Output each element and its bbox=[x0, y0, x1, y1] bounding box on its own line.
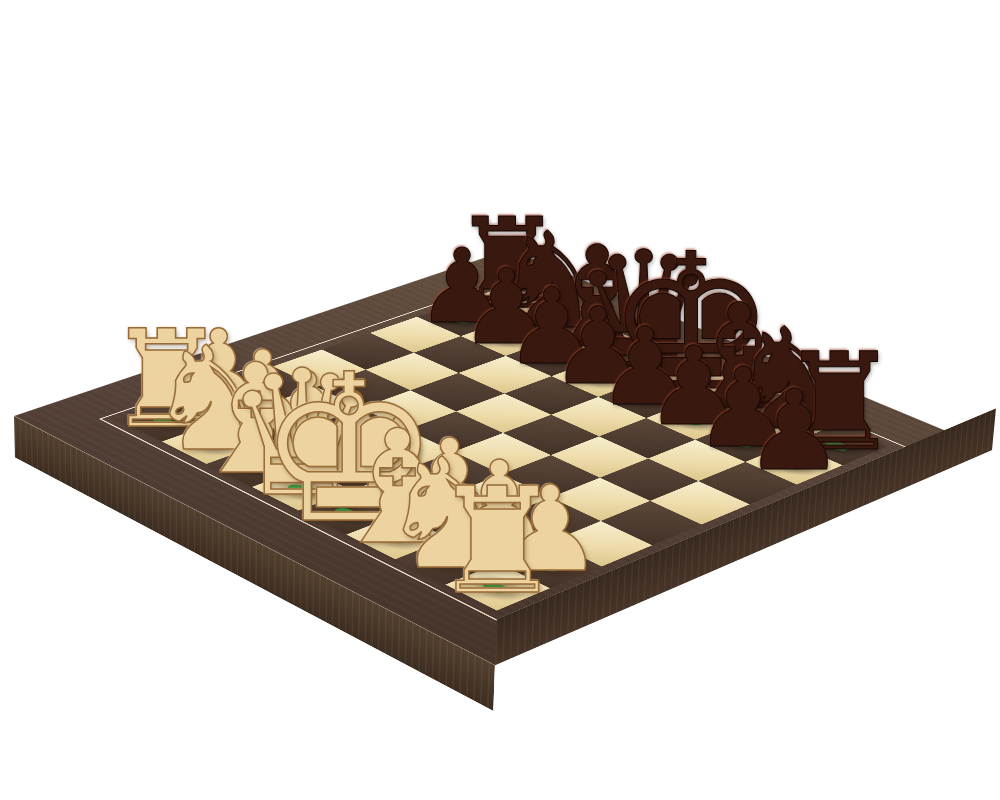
pieces-layer: ♜♟♞♟♝♟♛♟♚♟♝♟♟♜♞♟♟♞♜♟♟♝♟♛♟♚♟♝♟♞♟♜ bbox=[0, 0, 1000, 800]
black-pawn-h7[interactable]: ♟ bbox=[744, 375, 844, 486]
white-rook-h1[interactable]: ♜ bbox=[432, 469, 564, 616]
chess-set-product-photo: ♜♟♞♟♝♟♛♟♚♟♝♟♟♜♞♟♟♞♜♟♟♝♟♛♟♚♟♝♟♞♟♜ bbox=[0, 0, 1000, 800]
